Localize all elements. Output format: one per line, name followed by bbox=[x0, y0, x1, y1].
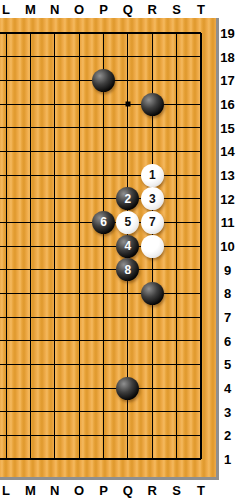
column-label: T bbox=[197, 2, 205, 17]
row-label: 10 bbox=[220, 239, 234, 254]
column-label: M bbox=[25, 483, 36, 498]
stone-number: 6 bbox=[100, 216, 107, 228]
row-label: 4 bbox=[224, 381, 231, 396]
stone-number: 3 bbox=[149, 193, 156, 205]
stone-number: 7 bbox=[149, 216, 156, 228]
row-label: 8 bbox=[224, 286, 231, 301]
white-stone bbox=[141, 235, 164, 258]
row-label: 5 bbox=[224, 357, 231, 372]
row-label: 1 bbox=[224, 452, 231, 467]
white-stone: 7 bbox=[141, 211, 164, 234]
black-stone: 4 bbox=[116, 235, 139, 258]
column-label: R bbox=[148, 2, 157, 17]
column-label: M bbox=[25, 2, 36, 17]
go-diagram: 12365748 LLMMNNOOPPQQRRSSTT1918171615141… bbox=[0, 0, 236, 500]
column-label: O bbox=[74, 483, 84, 498]
row-label: 13 bbox=[220, 168, 234, 183]
row-label: 6 bbox=[224, 333, 231, 348]
column-label: R bbox=[148, 483, 157, 498]
stone-number: 5 bbox=[125, 216, 132, 228]
row-label: 17 bbox=[220, 73, 234, 88]
row-label: 19 bbox=[220, 26, 234, 41]
black-stone bbox=[141, 93, 164, 116]
column-label: S bbox=[172, 2, 181, 17]
stone-number: 2 bbox=[125, 193, 132, 205]
black-stone: 6 bbox=[92, 211, 115, 234]
stone-number: 8 bbox=[125, 264, 132, 276]
column-label: T bbox=[197, 483, 205, 498]
column-label: N bbox=[50, 2, 59, 17]
row-label: 12 bbox=[220, 191, 234, 206]
column-label: P bbox=[99, 483, 108, 498]
go-board[interactable]: 12365748 bbox=[0, 18, 219, 480]
row-label: 11 bbox=[221, 215, 235, 230]
column-label: S bbox=[172, 483, 181, 498]
white-stone: 1 bbox=[141, 164, 164, 187]
star-point bbox=[125, 102, 130, 107]
black-stone bbox=[141, 282, 164, 305]
column-label: L bbox=[2, 483, 10, 498]
stone-number: 1 bbox=[149, 169, 156, 181]
row-label: 18 bbox=[220, 49, 234, 64]
column-label: Q bbox=[123, 483, 133, 498]
column-label: L bbox=[2, 2, 10, 17]
black-stone bbox=[116, 377, 139, 400]
black-stone bbox=[92, 69, 115, 92]
row-label: 15 bbox=[220, 120, 234, 135]
row-label: 16 bbox=[220, 97, 234, 112]
column-label: Q bbox=[123, 2, 133, 17]
white-stone: 3 bbox=[141, 187, 164, 210]
column-label: N bbox=[50, 483, 59, 498]
row-label: 7 bbox=[224, 310, 231, 325]
column-label: O bbox=[74, 2, 84, 17]
column-label: P bbox=[99, 2, 108, 17]
row-label: 9 bbox=[224, 262, 231, 277]
stone-number: 4 bbox=[125, 240, 132, 252]
row-label: 14 bbox=[220, 144, 234, 159]
row-label: 3 bbox=[224, 404, 231, 419]
row-label: 2 bbox=[224, 428, 231, 443]
